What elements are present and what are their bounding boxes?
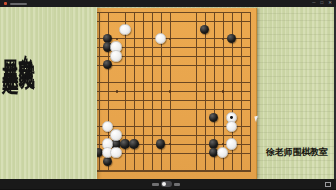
black-stone — [103, 157, 112, 166]
classroom-caption: 徐老师围棋教室 — [266, 146, 328, 159]
white-stone — [155, 33, 166, 44]
app-window: ─ □ ✕ 白党毅飞 黑芈昱廷 徐老师围棋教室 — [0, 0, 336, 189]
black-stone — [129, 139, 138, 148]
black-stone — [103, 60, 112, 69]
black-stone — [156, 139, 165, 148]
window-title-text — [10, 3, 27, 5]
black-stone — [227, 34, 236, 43]
black-player-name: 黑芈昱廷 — [2, 36, 18, 44]
mouse-cursor-icon — [254, 116, 259, 123]
title-bar: ─ □ ✕ — [0, 0, 336, 7]
stones-grid — [85, 8, 253, 175]
control-label-right — [174, 183, 180, 186]
black-stone — [209, 113, 218, 122]
minimize-button[interactable]: ─ — [312, 1, 315, 6]
player-names-panel: 白党毅飞 黑芈昱廷 — [0, 7, 97, 179]
white-stone — [110, 147, 121, 158]
maximize-button[interactable]: □ — [321, 1, 324, 6]
black-stone — [200, 25, 209, 34]
white-stone — [226, 121, 237, 132]
white-stone — [119, 24, 130, 35]
white-stone — [110, 50, 121, 61]
play-toggle[interactable] — [161, 181, 172, 186]
control-label-left — [152, 183, 159, 186]
white-stone — [110, 129, 121, 140]
go-board — [83, 8, 257, 179]
last-move-marker-icon — [230, 116, 233, 119]
window-badge-icon — [4, 2, 7, 5]
white-player-name: 白党毅飞 — [18, 32, 34, 40]
window-controls: ─ □ ✕ — [312, 0, 332, 7]
white-stone — [226, 138, 237, 149]
white-name: 党毅飞 — [18, 34, 36, 40]
toggle-knob-icon — [162, 182, 166, 186]
close-button[interactable]: ✕ — [328, 1, 332, 6]
black-name: 芈昱廷 — [2, 38, 20, 44]
white-stone — [217, 147, 228, 158]
player-control-bar — [0, 179, 336, 190]
fullscreen-icon[interactable] — [325, 182, 331, 188]
